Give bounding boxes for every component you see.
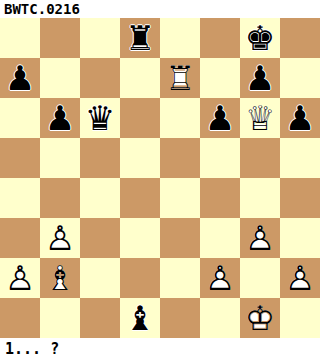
square-c3[interactable] — [80, 218, 120, 258]
white-bishop-outline: ♗ — [40, 258, 80, 298]
square-d6[interactable] — [120, 98, 160, 138]
square-g7[interactable]: ♟ — [240, 58, 280, 98]
square-f2[interactable]: ♟♙ — [200, 258, 240, 298]
square-b1[interactable] — [40, 298, 80, 338]
square-a5[interactable] — [0, 138, 40, 178]
square-g4[interactable] — [240, 178, 280, 218]
square-g5[interactable] — [240, 138, 280, 178]
white-pawn[interactable]: ♟♙ — [200, 258, 240, 298]
square-h6[interactable]: ♟ — [280, 98, 320, 138]
square-c8[interactable] — [80, 18, 120, 58]
square-e2[interactable] — [160, 258, 200, 298]
square-f4[interactable] — [200, 178, 240, 218]
black-pawn[interactable]: ♟ — [240, 58, 280, 98]
black-queen[interactable]: ♛ — [80, 98, 120, 138]
square-b4[interactable] — [40, 178, 80, 218]
white-pawn-outline: ♙ — [200, 258, 240, 298]
white-queen[interactable]: ♛♕ — [240, 98, 280, 138]
white-pawn[interactable]: ♟♙ — [280, 258, 320, 298]
square-b8[interactable] — [40, 18, 80, 58]
square-d2[interactable] — [120, 258, 160, 298]
black-pawn[interactable]: ♟ — [40, 98, 80, 138]
square-d8[interactable]: ♜ — [120, 18, 160, 58]
white-pawn-outline: ♙ — [40, 218, 80, 258]
square-d5[interactable] — [120, 138, 160, 178]
square-c7[interactable] — [80, 58, 120, 98]
white-pawn[interactable]: ♟♙ — [240, 218, 280, 258]
white-rook-outline: ♖ — [160, 58, 200, 98]
white-pawn-outline: ♙ — [0, 258, 40, 298]
square-a8[interactable] — [0, 18, 40, 58]
chess-board: ♜♚♟♜♖♟♟♛♟♛♕♟♟♙♟♙♟♙♝♗♟♙♟♙♝♚♔ — [0, 18, 320, 338]
square-f5[interactable] — [200, 138, 240, 178]
square-e1[interactable] — [160, 298, 200, 338]
square-e7[interactable]: ♜♖ — [160, 58, 200, 98]
white-queen-outline: ♕ — [240, 98, 280, 138]
square-e5[interactable] — [160, 138, 200, 178]
white-pawn-outline: ♙ — [280, 258, 320, 298]
square-f8[interactable] — [200, 18, 240, 58]
white-pawn-outline: ♙ — [240, 218, 280, 258]
square-a6[interactable] — [0, 98, 40, 138]
black-pawn[interactable]: ♟ — [0, 58, 40, 98]
square-h5[interactable] — [280, 138, 320, 178]
white-king[interactable]: ♚♔ — [240, 298, 280, 338]
white-king-outline: ♔ — [240, 298, 280, 338]
square-h4[interactable] — [280, 178, 320, 218]
square-b6[interactable]: ♟ — [40, 98, 80, 138]
square-c6[interactable]: ♛ — [80, 98, 120, 138]
square-d1[interactable]: ♝ — [120, 298, 160, 338]
square-g3[interactable]: ♟♙ — [240, 218, 280, 258]
square-e3[interactable] — [160, 218, 200, 258]
white-rook[interactable]: ♜♖ — [160, 58, 200, 98]
square-c4[interactable] — [80, 178, 120, 218]
move-prompt: 1... ? — [0, 338, 320, 360]
square-a4[interactable] — [0, 178, 40, 218]
square-f7[interactable] — [200, 58, 240, 98]
black-bishop[interactable]: ♝ — [120, 298, 160, 338]
square-b7[interactable] — [40, 58, 80, 98]
square-b3[interactable]: ♟♙ — [40, 218, 80, 258]
square-b5[interactable] — [40, 138, 80, 178]
chess-puzzle-window: BWTC.0216 ♜♚♟♜♖♟♟♛♟♛♕♟♟♙♟♙♟♙♝♗♟♙♟♙♝♚♔ 1.… — [0, 0, 320, 360]
square-a2[interactable]: ♟♙ — [0, 258, 40, 298]
square-e4[interactable] — [160, 178, 200, 218]
square-a3[interactable] — [0, 218, 40, 258]
square-d4[interactable] — [120, 178, 160, 218]
black-pawn[interactable]: ♟ — [280, 98, 320, 138]
square-f1[interactable] — [200, 298, 240, 338]
square-c1[interactable] — [80, 298, 120, 338]
square-f6[interactable]: ♟ — [200, 98, 240, 138]
square-f3[interactable] — [200, 218, 240, 258]
square-a7[interactable]: ♟ — [0, 58, 40, 98]
square-e8[interactable] — [160, 18, 200, 58]
square-g6[interactable]: ♛♕ — [240, 98, 280, 138]
puzzle-title: BWTC.0216 — [0, 0, 320, 18]
square-a1[interactable] — [0, 298, 40, 338]
square-d7[interactable] — [120, 58, 160, 98]
black-pawn[interactable]: ♟ — [200, 98, 240, 138]
square-d3[interactable] — [120, 218, 160, 258]
square-h1[interactable] — [280, 298, 320, 338]
square-c5[interactable] — [80, 138, 120, 178]
black-king[interactable]: ♚ — [240, 18, 280, 58]
square-g8[interactable]: ♚ — [240, 18, 280, 58]
white-bishop[interactable]: ♝♗ — [40, 258, 80, 298]
square-h8[interactable] — [280, 18, 320, 58]
square-g1[interactable]: ♚♔ — [240, 298, 280, 338]
black-rook[interactable]: ♜ — [120, 18, 160, 58]
white-pawn[interactable]: ♟♙ — [0, 258, 40, 298]
square-e6[interactable] — [160, 98, 200, 138]
square-h2[interactable]: ♟♙ — [280, 258, 320, 298]
square-c2[interactable] — [80, 258, 120, 298]
square-b2[interactable]: ♝♗ — [40, 258, 80, 298]
square-h7[interactable] — [280, 58, 320, 98]
square-h3[interactable] — [280, 218, 320, 258]
white-pawn[interactable]: ♟♙ — [40, 218, 80, 258]
square-g2[interactable] — [240, 258, 280, 298]
